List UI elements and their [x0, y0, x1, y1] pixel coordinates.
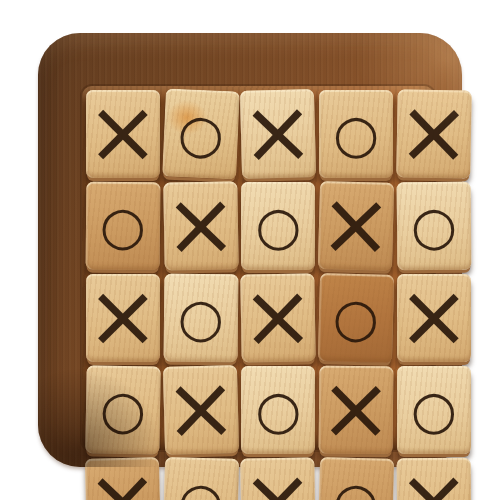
page-background: ×○×○×○×○×○×○×○×○×○×○×○×○× — [0, 0, 499, 500]
o-mark: ○ — [332, 290, 380, 344]
block-r3c2[interactable]: ○ — [163, 274, 237, 363]
x-mark: × — [397, 272, 471, 360]
o-mark: ○ — [99, 382, 146, 436]
block-r3c5[interactable]: × — [397, 274, 471, 362]
block-r1c1[interactable]: × — [86, 90, 160, 178]
block-r2c5[interactable]: ○ — [397, 182, 471, 271]
block-r5c2[interactable]: ○ — [163, 457, 239, 500]
block-r1c4[interactable]: ○ — [319, 90, 393, 178]
x-mark: × — [86, 88, 160, 176]
block-r1c3[interactable]: × — [240, 89, 316, 179]
x-mark: × — [240, 87, 316, 177]
block-r5c5[interactable]: × — [397, 458, 471, 500]
o-mark: ○ — [176, 105, 225, 160]
block-r3c4[interactable]: ○ — [318, 273, 394, 363]
o-mark: ○ — [333, 106, 379, 159]
o-mark: ○ — [255, 382, 301, 435]
o-mark: ○ — [177, 290, 224, 343]
x-mark: × — [318, 179, 394, 269]
block-grid: ×○×○×○×○×○×○×○×○×○×○×○×○× — [86, 90, 417, 416]
x-mark: × — [85, 455, 161, 500]
block-r4c4[interactable]: × — [319, 366, 393, 455]
block-r2c4[interactable]: × — [318, 181, 394, 271]
o-mark: ○ — [410, 198, 457, 251]
x-mark: × — [319, 364, 393, 453]
block-r5c4[interactable]: ○ — [318, 457, 394, 500]
x-mark: × — [396, 88, 471, 177]
o-mark: ○ — [411, 382, 457, 435]
block-r3c1[interactable]: × — [86, 274, 160, 362]
block-r4c2[interactable]: × — [163, 365, 239, 455]
block-r1c5[interactable]: × — [396, 89, 471, 178]
game-board-frame: ×○×○×○×○×○×○×○×○×○×○×○×○× — [38, 33, 462, 467]
x-mark: × — [397, 456, 471, 500]
o-mark: ○ — [100, 198, 147, 251]
x-mark: × — [241, 272, 316, 361]
block-r1c2[interactable]: ○ — [162, 88, 240, 179]
block-r4c3[interactable]: ○ — [241, 366, 315, 454]
x-mark: × — [241, 456, 316, 500]
block-r5c3[interactable]: × — [241, 457, 316, 500]
block-r4c1[interactable]: ○ — [85, 365, 160, 454]
block-r4c5[interactable]: ○ — [397, 366, 471, 454]
board-recess: ×○×○×○×○×○×○×○×○×○×○×○×○× — [82, 86, 434, 450]
block-r5c1[interactable]: × — [85, 457, 161, 500]
block-r2c2[interactable]: × — [163, 181, 238, 270]
block-r3c3[interactable]: × — [241, 273, 316, 362]
o-mark: ○ — [332, 474, 380, 500]
x-mark: × — [163, 363, 239, 453]
o-mark: ○ — [177, 474, 225, 500]
block-r2c3[interactable]: ○ — [241, 182, 315, 270]
o-mark: ○ — [255, 198, 301, 251]
x-mark: × — [86, 272, 160, 360]
x-mark: × — [163, 180, 238, 269]
block-r2c1[interactable]: ○ — [86, 182, 160, 271]
